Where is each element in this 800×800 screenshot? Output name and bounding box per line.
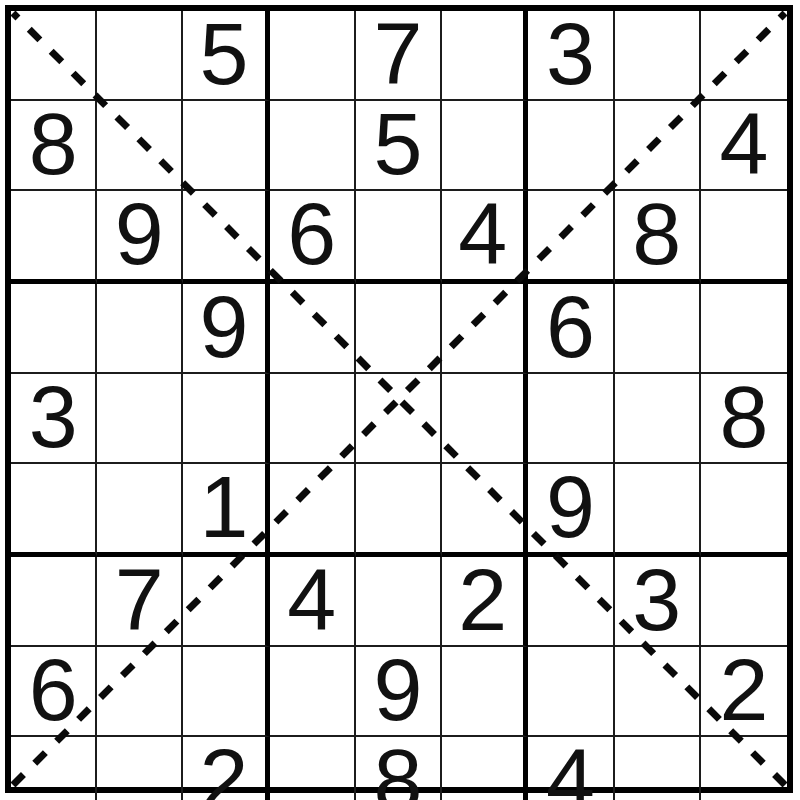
cell-r2c4[interactable] <box>270 101 356 191</box>
cell-r2c6[interactable] <box>442 101 528 191</box>
cell-r2c1[interactable]: 8 <box>11 101 97 191</box>
cell-r4c3[interactable]: 9 <box>183 284 269 374</box>
given-digit: 8 <box>632 190 681 278</box>
given-digit: 4 <box>458 190 507 278</box>
cell-r5c3[interactable] <box>183 374 269 464</box>
cell-r9c9[interactable] <box>701 737 787 800</box>
cell-r1c7[interactable]: 3 <box>528 11 614 101</box>
cell-r4c4[interactable] <box>270 284 356 374</box>
cell-r1c8[interactable] <box>615 11 701 101</box>
cell-r4c6[interactable] <box>442 284 528 374</box>
cell-r2c5[interactable]: 5 <box>356 101 442 191</box>
cell-r6c1[interactable] <box>11 464 97 557</box>
cell-r2c8[interactable] <box>615 101 701 191</box>
cell-r6c2[interactable] <box>97 464 183 557</box>
cell-r8c1[interactable]: 6 <box>11 647 97 737</box>
cell-r3c7[interactable] <box>528 191 614 284</box>
given-digit: 5 <box>200 10 249 98</box>
given-digit: 2 <box>719 646 768 734</box>
cell-r4c2[interactable] <box>97 284 183 374</box>
cell-r3c4[interactable]: 6 <box>270 191 356 284</box>
cell-r5c1[interactable]: 3 <box>11 374 97 464</box>
given-digit: 3 <box>546 10 595 98</box>
given-digit: 4 <box>546 736 595 800</box>
cell-r7c3[interactable] <box>183 557 269 647</box>
cell-r1c4[interactable] <box>270 11 356 101</box>
cell-r2c7[interactable] <box>528 101 614 191</box>
cell-r8c4[interactable] <box>270 647 356 737</box>
cell-r4c5[interactable] <box>356 284 442 374</box>
sudoku-page: 57385496489638197423692284 <box>0 0 800 800</box>
cell-r1c3[interactable]: 5 <box>183 11 269 101</box>
cell-r9c4[interactable] <box>270 737 356 800</box>
given-digit: 5 <box>374 100 423 188</box>
cell-r4c7[interactable]: 6 <box>528 284 614 374</box>
cell-r5c8[interactable] <box>615 374 701 464</box>
cell-r1c2[interactable] <box>97 11 183 101</box>
cell-r6c5[interactable] <box>356 464 442 557</box>
cell-r6c7[interactable]: 9 <box>528 464 614 557</box>
given-digit: 6 <box>29 646 78 734</box>
cell-r3c8[interactable]: 8 <box>615 191 701 284</box>
cell-r7c1[interactable] <box>11 557 97 647</box>
cell-r6c3[interactable]: 1 <box>183 464 269 557</box>
given-digit: 6 <box>287 190 336 278</box>
cell-r3c2[interactable]: 9 <box>97 191 183 284</box>
given-digit: 8 <box>29 100 78 188</box>
cell-r9c8[interactable] <box>615 737 701 800</box>
cell-r1c1[interactable] <box>11 11 97 101</box>
given-digit: 7 <box>115 556 164 644</box>
cell-r9c2[interactable] <box>97 737 183 800</box>
cell-r7c4[interactable]: 4 <box>270 557 356 647</box>
cell-r6c4[interactable] <box>270 464 356 557</box>
cell-r7c2[interactable]: 7 <box>97 557 183 647</box>
given-digit: 8 <box>374 736 423 800</box>
cell-r2c3[interactable] <box>183 101 269 191</box>
cell-r7c8[interactable]: 3 <box>615 557 701 647</box>
cell-r5c9[interactable]: 8 <box>701 374 787 464</box>
cell-r1c5[interactable]: 7 <box>356 11 442 101</box>
cell-r8c7[interactable] <box>528 647 614 737</box>
cell-r8c6[interactable] <box>442 647 528 737</box>
given-digit: 9 <box>374 646 423 734</box>
cell-r9c6[interactable] <box>442 737 528 800</box>
cell-r1c9[interactable] <box>701 11 787 101</box>
given-digit: 1 <box>200 463 249 551</box>
given-digit: 9 <box>115 190 164 278</box>
cell-r3c5[interactable] <box>356 191 442 284</box>
cell-r8c3[interactable] <box>183 647 269 737</box>
cell-r6c9[interactable] <box>701 464 787 557</box>
cell-r9c3[interactable]: 2 <box>183 737 269 800</box>
cell-r5c4[interactable] <box>270 374 356 464</box>
cell-r5c2[interactable] <box>97 374 183 464</box>
cell-r5c5[interactable] <box>356 374 442 464</box>
cell-r8c9[interactable]: 2 <box>701 647 787 737</box>
given-digit: 7 <box>374 10 423 98</box>
cell-r4c9[interactable] <box>701 284 787 374</box>
cell-r2c9[interactable]: 4 <box>701 101 787 191</box>
cell-r3c1[interactable] <box>11 191 97 284</box>
given-digit: 2 <box>458 556 507 644</box>
cell-r7c6[interactable]: 2 <box>442 557 528 647</box>
given-digit: 4 <box>719 100 768 188</box>
cell-r8c8[interactable] <box>615 647 701 737</box>
cell-r3c3[interactable] <box>183 191 269 284</box>
given-digit: 9 <box>200 283 249 371</box>
given-digit: 3 <box>29 373 78 461</box>
cell-r2c2[interactable] <box>97 101 183 191</box>
cell-r7c5[interactable] <box>356 557 442 647</box>
cell-r6c8[interactable] <box>615 464 701 557</box>
cell-r9c5[interactable]: 8 <box>356 737 442 800</box>
cell-r7c7[interactable] <box>528 557 614 647</box>
cell-r9c7[interactable]: 4 <box>528 737 614 800</box>
cell-r8c2[interactable] <box>97 647 183 737</box>
given-digit: 9 <box>546 463 595 551</box>
given-digit: 8 <box>719 373 768 461</box>
given-digit: 6 <box>546 283 595 371</box>
cell-r4c8[interactable] <box>615 284 701 374</box>
cell-r5c6[interactable] <box>442 374 528 464</box>
cell-r3c9[interactable] <box>701 191 787 284</box>
cell-r6c6[interactable] <box>442 464 528 557</box>
cell-r1c6[interactable] <box>442 11 528 101</box>
cell-r8c5[interactable]: 9 <box>356 647 442 737</box>
cell-r4c1[interactable] <box>11 284 97 374</box>
given-digit: 3 <box>632 556 681 644</box>
given-digit: 4 <box>287 556 336 644</box>
cell-r5c7[interactable] <box>528 374 614 464</box>
given-digit: 2 <box>200 736 249 800</box>
cell-r7c9[interactable] <box>701 557 787 647</box>
cell-r3c6[interactable]: 4 <box>442 191 528 284</box>
sudoku-board: 57385496489638197423692284 <box>5 5 793 793</box>
cell-r9c1[interactable] <box>11 737 97 800</box>
